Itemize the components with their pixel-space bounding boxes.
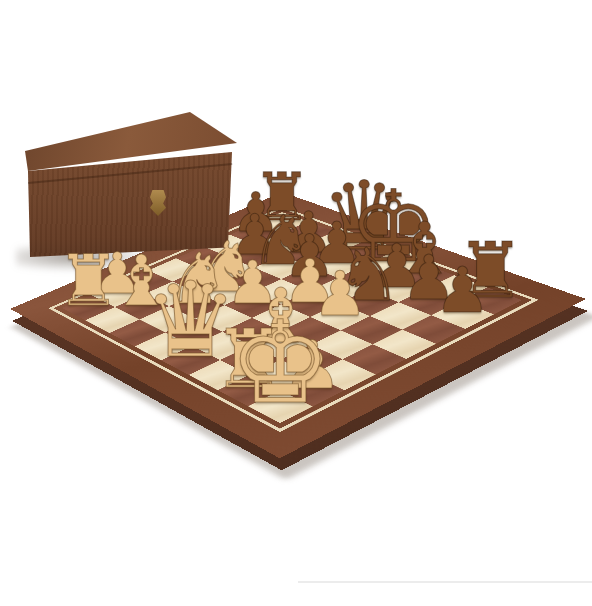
piece-light-rook-a1: ♜: [57, 245, 120, 316]
piece-dark-pawn-h7: ♟: [434, 259, 490, 322]
chess-set-product-photo: ♜♟♛♟♟♚♟♞♝♟♟♞♟♜♟♞♟♟♞♝♜♟♟♝♛♜♟♚: [0, 0, 592, 606]
pieces-layer: ♜♟♛♟♟♚♟♞♝♟♟♞♟♜♟♞♟♟♞♝♜♟♟♝♛♜♟♚: [0, 0, 592, 606]
piece-light-king-h1: ♚: [229, 306, 331, 420]
